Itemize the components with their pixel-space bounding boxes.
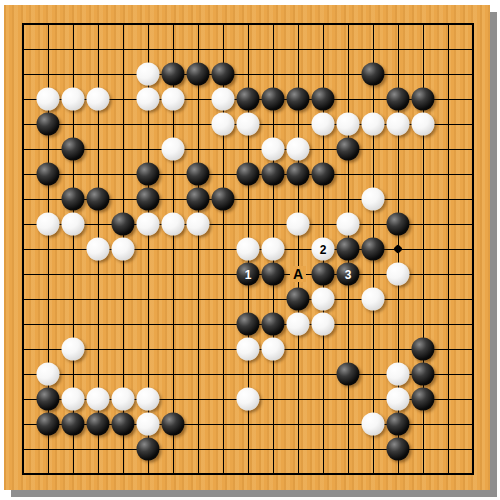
- black-stone: [312, 88, 335, 111]
- black-stone: [412, 388, 435, 411]
- black-stone: [337, 238, 360, 261]
- move-number-stone-1: 1: [237, 263, 260, 286]
- white-stone: [237, 238, 260, 261]
- grid-line-horizontal: [23, 299, 474, 300]
- black-stone: [262, 163, 285, 186]
- white-stone: [287, 138, 310, 161]
- white-stone: [37, 213, 60, 236]
- white-stone: [187, 213, 210, 236]
- black-stone: [237, 163, 260, 186]
- white-stone: [137, 213, 160, 236]
- black-stone: [387, 88, 410, 111]
- black-stone: [187, 163, 210, 186]
- black-stone: [187, 63, 210, 86]
- white-stone: [362, 113, 385, 136]
- white-stone: [312, 113, 335, 136]
- white-stone: [312, 288, 335, 311]
- black-stone: [212, 188, 235, 211]
- white-stone: [287, 313, 310, 336]
- black-stone: [162, 413, 185, 436]
- white-stone: [162, 213, 185, 236]
- black-stone: [87, 188, 110, 211]
- white-stone: [37, 88, 60, 111]
- black-stone: [412, 363, 435, 386]
- white-stone: [262, 138, 285, 161]
- black-stone: [112, 213, 135, 236]
- black-stone: [412, 88, 435, 111]
- white-stone: [137, 388, 160, 411]
- move-number-stone-3: 3: [337, 263, 360, 286]
- black-stone: [137, 188, 160, 211]
- white-stone: [137, 88, 160, 111]
- black-stone: [337, 138, 360, 161]
- white-stone: [262, 238, 285, 261]
- black-stone: [262, 88, 285, 111]
- black-stone: [412, 338, 435, 361]
- black-stone: [287, 163, 310, 186]
- white-stone: [162, 138, 185, 161]
- white-stone: [87, 238, 110, 261]
- black-stone: [162, 63, 185, 86]
- black-stone: [287, 88, 310, 111]
- white-stone: [87, 88, 110, 111]
- black-stone: [337, 363, 360, 386]
- black-stone: [87, 413, 110, 436]
- black-stone: [187, 188, 210, 211]
- white-stone: [412, 113, 435, 136]
- black-stone: [362, 63, 385, 86]
- black-stone: [62, 188, 85, 211]
- black-stone: [312, 263, 335, 286]
- black-stone: [37, 388, 60, 411]
- white-stone: [237, 113, 260, 136]
- black-stone: [112, 413, 135, 436]
- white-stone: [337, 213, 360, 236]
- black-stone: [62, 138, 85, 161]
- white-stone: [162, 88, 185, 111]
- black-stone: [387, 213, 410, 236]
- white-stone: [387, 113, 410, 136]
- black-stone: [137, 163, 160, 186]
- black-stone: [212, 63, 235, 86]
- white-stone: [387, 388, 410, 411]
- go-board[interactable]: 213A: [4, 5, 490, 490]
- move-number-stone-2: 2: [312, 238, 335, 261]
- black-stone: [387, 438, 410, 461]
- page: 213A: [0, 0, 500, 500]
- black-stone: [237, 313, 260, 336]
- white-stone: [387, 363, 410, 386]
- black-stone: [37, 113, 60, 136]
- white-stone: [62, 213, 85, 236]
- white-stone: [62, 338, 85, 361]
- black-stone: [262, 263, 285, 286]
- grid-line-vertical: [448, 24, 449, 475]
- black-stone: [312, 163, 335, 186]
- white-stone: [387, 263, 410, 286]
- white-stone: [212, 88, 235, 111]
- white-stone: [87, 388, 110, 411]
- black-stone: [237, 88, 260, 111]
- black-stone: [362, 238, 385, 261]
- black-stone: [37, 413, 60, 436]
- white-stone: [212, 113, 235, 136]
- white-stone: [137, 63, 160, 86]
- black-stone: [137, 438, 160, 461]
- white-stone: [362, 413, 385, 436]
- black-stone: [387, 413, 410, 436]
- white-stone: [362, 188, 385, 211]
- white-stone: [137, 413, 160, 436]
- black-stone: [287, 288, 310, 311]
- white-stone: [337, 113, 360, 136]
- white-stone: [287, 213, 310, 236]
- black-stone: [37, 163, 60, 186]
- white-stone: [237, 338, 260, 361]
- white-stone: [112, 238, 135, 261]
- black-stone: [262, 313, 285, 336]
- white-stone: [62, 88, 85, 111]
- white-stone: [262, 338, 285, 361]
- white-stone: [362, 288, 385, 311]
- point-label-A: A: [290, 266, 306, 282]
- white-stone: [112, 388, 135, 411]
- white-stone: [312, 313, 335, 336]
- white-stone: [62, 388, 85, 411]
- white-stone: [37, 363, 60, 386]
- black-stone: [62, 413, 85, 436]
- white-stone: [237, 388, 260, 411]
